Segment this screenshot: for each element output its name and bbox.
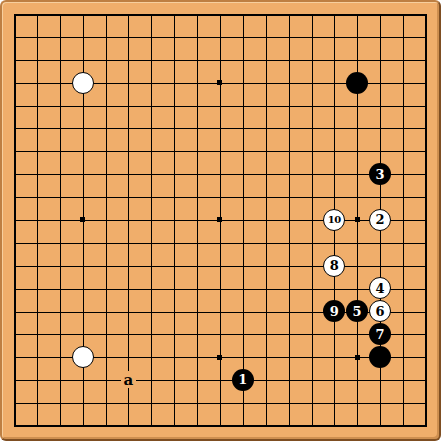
intersection-8-12[interactable] [163,254,186,277]
intersection-10-17[interactable] [208,369,231,392]
intersection-4-5[interactable] [71,94,94,117]
intersection-8-11[interactable] [163,231,186,254]
intersection-4-18[interactable] [71,391,94,414]
intersection-8-17[interactable] [163,369,186,392]
intersection-17-12[interactable] [369,254,392,277]
intersection-11-13[interactable] [231,277,254,300]
intersection-19-7[interactable] [414,140,437,163]
intersection-15-1[interactable] [323,3,346,26]
intersection-3-6[interactable] [48,117,71,140]
intersection-3-4[interactable] [48,71,71,94]
intersection-11-4[interactable] [231,71,254,94]
intersection-18-14[interactable] [391,300,414,323]
intersection-14-5[interactable] [300,94,323,117]
intersection-14-15[interactable] [300,323,323,346]
intersection-7-14[interactable] [140,300,163,323]
intersection-9-11[interactable] [186,231,209,254]
intersection-8-10[interactable] [163,208,186,231]
intersection-13-18[interactable] [277,391,300,414]
intersection-11-6[interactable] [231,117,254,140]
intersection-9-19[interactable] [186,414,209,437]
intersection-18-15[interactable] [391,323,414,346]
intersection-4-10[interactable] [71,208,94,231]
intersection-11-11[interactable] [231,231,254,254]
intersection-14-9[interactable] [300,186,323,209]
intersection-4-19[interactable] [71,414,94,437]
intersection-2-19[interactable] [25,414,48,437]
intersection-2-15[interactable] [25,323,48,346]
intersection-10-4[interactable] [208,71,231,94]
intersection-10-15[interactable] [208,323,231,346]
intersection-10-9[interactable] [208,186,231,209]
intersection-3-18[interactable] [48,391,71,414]
intersection-6-11[interactable] [117,231,140,254]
intersection-1-17[interactable] [3,369,26,392]
intersection-1-12[interactable] [3,254,26,277]
intersection-2-4[interactable] [25,71,48,94]
intersection-19-15[interactable] [414,323,437,346]
intersection-18-8[interactable] [391,163,414,186]
intersection-12-8[interactable] [254,163,277,186]
intersection-12-10[interactable] [254,208,277,231]
intersection-6-13[interactable] [117,277,140,300]
intersection-9-8[interactable] [186,163,209,186]
intersection-3-10[interactable] [48,208,71,231]
intersection-16-1[interactable] [346,3,369,26]
intersection-14-18[interactable] [300,391,323,414]
intersection-16-15[interactable] [346,323,369,346]
intersection-19-9[interactable] [414,186,437,209]
intersection-19-17[interactable] [414,369,437,392]
intersection-18-5[interactable] [391,94,414,117]
intersection-8-8[interactable] [163,163,186,186]
intersection-2-1[interactable] [25,3,48,26]
intersection-9-17[interactable] [186,369,209,392]
intersection-18-4[interactable] [391,71,414,94]
intersection-5-10[interactable] [94,208,117,231]
intersection-5-6[interactable] [94,117,117,140]
intersection-17-5[interactable] [369,94,392,117]
intersection-6-17[interactable]: a [117,369,140,392]
intersection-9-4[interactable] [186,71,209,94]
intersection-11-16[interactable] [231,346,254,369]
intersection-17-8[interactable]: 3 [369,163,392,186]
intersection-7-10[interactable] [140,208,163,231]
intersection-7-8[interactable] [140,163,163,186]
intersection-14-2[interactable] [300,25,323,48]
intersection-4-8[interactable] [71,163,94,186]
intersection-14-14[interactable] [300,300,323,323]
intersection-13-17[interactable] [277,369,300,392]
intersection-10-3[interactable] [208,48,231,71]
intersection-4-13[interactable] [71,277,94,300]
intersection-13-16[interactable] [277,346,300,369]
intersection-18-1[interactable] [391,3,414,26]
intersection-2-10[interactable] [25,208,48,231]
intersection-15-13[interactable] [323,277,346,300]
intersection-15-11[interactable] [323,231,346,254]
intersection-1-11[interactable] [3,231,26,254]
intersection-18-6[interactable] [391,117,414,140]
intersection-2-13[interactable] [25,277,48,300]
intersection-4-7[interactable] [71,140,94,163]
intersection-9-3[interactable] [186,48,209,71]
intersection-8-16[interactable] [163,346,186,369]
intersection-6-18[interactable] [117,391,140,414]
intersection-10-6[interactable] [208,117,231,140]
intersection-17-4[interactable] [369,71,392,94]
intersection-11-14[interactable] [231,300,254,323]
intersection-19-2[interactable] [414,25,437,48]
intersection-3-17[interactable] [48,369,71,392]
intersection-5-11[interactable] [94,231,117,254]
intersection-13-5[interactable] [277,94,300,117]
intersection-15-12[interactable]: 8 [323,254,346,277]
intersection-10-19[interactable] [208,414,231,437]
intersection-19-16[interactable] [414,346,437,369]
intersection-4-3[interactable] [71,48,94,71]
intersection-13-2[interactable] [277,25,300,48]
intersection-5-7[interactable] [94,140,117,163]
intersection-8-2[interactable] [163,25,186,48]
intersection-8-4[interactable] [163,71,186,94]
intersection-17-1[interactable] [369,3,392,26]
intersection-13-6[interactable] [277,117,300,140]
intersection-15-6[interactable] [323,117,346,140]
intersection-2-17[interactable] [25,369,48,392]
intersection-15-19[interactable] [323,414,346,437]
intersection-18-13[interactable] [391,277,414,300]
intersection-18-18[interactable] [391,391,414,414]
intersection-18-3[interactable] [391,48,414,71]
intersection-17-6[interactable] [369,117,392,140]
intersection-9-9[interactable] [186,186,209,209]
intersection-16-5[interactable] [346,94,369,117]
intersection-4-2[interactable] [71,25,94,48]
intersection-13-12[interactable] [277,254,300,277]
intersection-1-10[interactable] [3,208,26,231]
intersection-17-2[interactable] [369,25,392,48]
intersection-3-5[interactable] [48,94,71,117]
intersection-9-15[interactable] [186,323,209,346]
intersection-1-7[interactable] [3,140,26,163]
intersection-1-2[interactable] [3,25,26,48]
intersection-10-18[interactable] [208,391,231,414]
intersection-7-11[interactable] [140,231,163,254]
intersection-16-8[interactable] [346,163,369,186]
intersection-16-16[interactable] [346,346,369,369]
intersection-5-4[interactable] [94,71,117,94]
intersection-5-12[interactable] [94,254,117,277]
intersection-13-3[interactable] [277,48,300,71]
intersection-19-12[interactable] [414,254,437,277]
intersection-2-14[interactable] [25,300,48,323]
intersection-2-3[interactable] [25,48,48,71]
intersection-1-14[interactable] [3,300,26,323]
intersection-4-1[interactable] [71,3,94,26]
intersection-3-11[interactable] [48,231,71,254]
intersection-16-19[interactable] [346,414,369,437]
intersection-1-9[interactable] [3,186,26,209]
intersection-12-11[interactable] [254,231,277,254]
intersection-8-15[interactable] [163,323,186,346]
intersection-2-5[interactable] [25,94,48,117]
intersection-15-17[interactable] [323,369,346,392]
intersection-1-8[interactable] [3,163,26,186]
intersection-10-14[interactable] [208,300,231,323]
intersection-7-3[interactable] [140,48,163,71]
intersection-14-4[interactable] [300,71,323,94]
intersection-13-1[interactable] [277,3,300,26]
intersection-12-7[interactable] [254,140,277,163]
intersection-5-5[interactable] [94,94,117,117]
intersection-18-16[interactable] [391,346,414,369]
intersection-8-5[interactable] [163,94,186,117]
intersection-15-16[interactable] [323,346,346,369]
intersection-9-18[interactable] [186,391,209,414]
intersection-10-10[interactable] [208,208,231,231]
intersection-6-3[interactable] [117,48,140,71]
intersection-19-5[interactable] [414,94,437,117]
intersection-9-12[interactable] [186,254,209,277]
intersection-15-8[interactable] [323,163,346,186]
intersection-7-7[interactable] [140,140,163,163]
intersection-10-8[interactable] [208,163,231,186]
intersection-16-9[interactable] [346,186,369,209]
intersection-11-17[interactable]: 1 [231,369,254,392]
intersection-18-11[interactable] [391,231,414,254]
intersection-11-1[interactable] [231,3,254,26]
intersection-4-15[interactable] [71,323,94,346]
intersection-12-17[interactable] [254,369,277,392]
intersection-5-19[interactable] [94,414,117,437]
intersection-7-15[interactable] [140,323,163,346]
intersection-14-16[interactable] [300,346,323,369]
intersection-19-13[interactable] [414,277,437,300]
intersection-4-14[interactable] [71,300,94,323]
intersection-9-7[interactable] [186,140,209,163]
intersection-18-12[interactable] [391,254,414,277]
intersection-15-9[interactable] [323,186,346,209]
intersection-3-1[interactable] [48,3,71,26]
intersection-13-10[interactable] [277,208,300,231]
intersection-12-15[interactable] [254,323,277,346]
intersection-2-18[interactable] [25,391,48,414]
intersection-18-7[interactable] [391,140,414,163]
intersection-17-18[interactable] [369,391,392,414]
intersection-17-16[interactable] [369,346,392,369]
intersection-12-5[interactable] [254,94,277,117]
intersection-19-11[interactable] [414,231,437,254]
intersection-8-9[interactable] [163,186,186,209]
intersection-7-13[interactable] [140,277,163,300]
intersection-6-8[interactable] [117,163,140,186]
intersection-6-16[interactable] [117,346,140,369]
intersection-4-6[interactable] [71,117,94,140]
intersection-14-1[interactable] [300,3,323,26]
intersection-3-7[interactable] [48,140,71,163]
intersection-12-9[interactable] [254,186,277,209]
intersection-13-14[interactable] [277,300,300,323]
intersection-8-7[interactable] [163,140,186,163]
intersection-16-17[interactable] [346,369,369,392]
intersection-18-10[interactable] [391,208,414,231]
intersection-4-12[interactable] [71,254,94,277]
intersection-8-1[interactable] [163,3,186,26]
intersection-18-2[interactable] [391,25,414,48]
intersection-7-5[interactable] [140,94,163,117]
intersection-19-6[interactable] [414,117,437,140]
intersection-12-2[interactable] [254,25,277,48]
intersection-15-7[interactable] [323,140,346,163]
intersection-7-17[interactable] [140,369,163,392]
intersection-10-1[interactable] [208,3,231,26]
intersection-6-10[interactable] [117,208,140,231]
intersection-16-3[interactable] [346,48,369,71]
intersection-12-19[interactable] [254,414,277,437]
intersection-8-6[interactable] [163,117,186,140]
intersection-16-11[interactable] [346,231,369,254]
intersection-2-2[interactable] [25,25,48,48]
intersection-19-3[interactable] [414,48,437,71]
intersection-6-19[interactable] [117,414,140,437]
intersection-14-12[interactable] [300,254,323,277]
intersection-7-6[interactable] [140,117,163,140]
intersection-2-9[interactable] [25,186,48,209]
intersection-16-13[interactable] [346,277,369,300]
intersection-3-16[interactable] [48,346,71,369]
intersection-13-11[interactable] [277,231,300,254]
intersection-12-14[interactable] [254,300,277,323]
intersection-18-19[interactable] [391,414,414,437]
intersection-1-1[interactable] [3,3,26,26]
intersection-1-19[interactable] [3,414,26,437]
intersection-5-18[interactable] [94,391,117,414]
intersection-17-9[interactable] [369,186,392,209]
intersection-5-16[interactable] [94,346,117,369]
intersection-15-18[interactable] [323,391,346,414]
intersection-15-15[interactable] [323,323,346,346]
intersection-12-12[interactable] [254,254,277,277]
intersection-17-3[interactable] [369,48,392,71]
intersection-15-3[interactable] [323,48,346,71]
intersection-15-5[interactable] [323,94,346,117]
intersection-7-9[interactable] [140,186,163,209]
intersection-16-14[interactable]: 5 [346,300,369,323]
intersection-9-13[interactable] [186,277,209,300]
intersection-5-9[interactable] [94,186,117,209]
intersection-6-14[interactable] [117,300,140,323]
intersection-10-2[interactable] [208,25,231,48]
intersection-13-15[interactable] [277,323,300,346]
intersection-14-17[interactable] [300,369,323,392]
intersection-4-16[interactable] [71,346,94,369]
intersection-8-14[interactable] [163,300,186,323]
intersection-9-16[interactable] [186,346,209,369]
intersection-16-12[interactable] [346,254,369,277]
intersection-1-5[interactable] [3,94,26,117]
intersection-2-12[interactable] [25,254,48,277]
intersection-1-6[interactable] [3,117,26,140]
intersection-16-6[interactable] [346,117,369,140]
intersection-3-2[interactable] [48,25,71,48]
intersection-1-16[interactable] [3,346,26,369]
intersection-19-8[interactable] [414,163,437,186]
intersection-11-5[interactable] [231,94,254,117]
intersection-13-8[interactable] [277,163,300,186]
intersection-4-4[interactable] [71,71,94,94]
intersection-14-3[interactable] [300,48,323,71]
intersection-14-10[interactable] [300,208,323,231]
intersection-11-2[interactable] [231,25,254,48]
intersection-7-16[interactable] [140,346,163,369]
intersection-12-16[interactable] [254,346,277,369]
intersection-13-9[interactable] [277,186,300,209]
intersection-16-10[interactable] [346,208,369,231]
intersection-10-7[interactable] [208,140,231,163]
intersection-4-11[interactable] [71,231,94,254]
intersection-1-4[interactable] [3,71,26,94]
intersection-18-9[interactable] [391,186,414,209]
intersection-4-9[interactable] [71,186,94,209]
intersection-9-10[interactable] [186,208,209,231]
intersection-10-12[interactable] [208,254,231,277]
intersection-3-19[interactable] [48,414,71,437]
intersection-5-13[interactable] [94,277,117,300]
intersection-17-7[interactable] [369,140,392,163]
intersection-5-1[interactable] [94,3,117,26]
intersection-1-15[interactable] [3,323,26,346]
intersection-19-18[interactable] [414,391,437,414]
intersection-2-11[interactable] [25,231,48,254]
intersection-1-3[interactable] [3,48,26,71]
intersection-6-15[interactable] [117,323,140,346]
intersection-14-8[interactable] [300,163,323,186]
intersection-6-9[interactable] [117,186,140,209]
intersection-6-6[interactable] [117,117,140,140]
intersection-11-12[interactable] [231,254,254,277]
intersection-6-2[interactable] [117,25,140,48]
intersection-13-7[interactable] [277,140,300,163]
intersection-17-14[interactable]: 6 [369,300,392,323]
intersection-2-7[interactable] [25,140,48,163]
intersection-16-4[interactable] [346,71,369,94]
intersection-16-7[interactable] [346,140,369,163]
intersection-12-3[interactable] [254,48,277,71]
intersection-7-1[interactable] [140,3,163,26]
intersection-6-12[interactable] [117,254,140,277]
intersection-10-5[interactable] [208,94,231,117]
intersection-12-18[interactable] [254,391,277,414]
intersection-3-3[interactable] [48,48,71,71]
intersection-15-4[interactable] [323,71,346,94]
intersection-17-15[interactable]: 7 [369,323,392,346]
intersection-2-16[interactable] [25,346,48,369]
intersection-6-5[interactable] [117,94,140,117]
intersection-7-4[interactable] [140,71,163,94]
intersection-11-15[interactable] [231,323,254,346]
intersection-7-12[interactable] [140,254,163,277]
intersection-11-3[interactable] [231,48,254,71]
intersection-5-2[interactable] [94,25,117,48]
intersection-8-19[interactable] [163,414,186,437]
intersection-19-10[interactable] [414,208,437,231]
intersection-19-4[interactable] [414,71,437,94]
intersection-17-17[interactable] [369,369,392,392]
intersection-9-5[interactable] [186,94,209,117]
intersection-3-12[interactable] [48,254,71,277]
intersection-11-8[interactable] [231,163,254,186]
